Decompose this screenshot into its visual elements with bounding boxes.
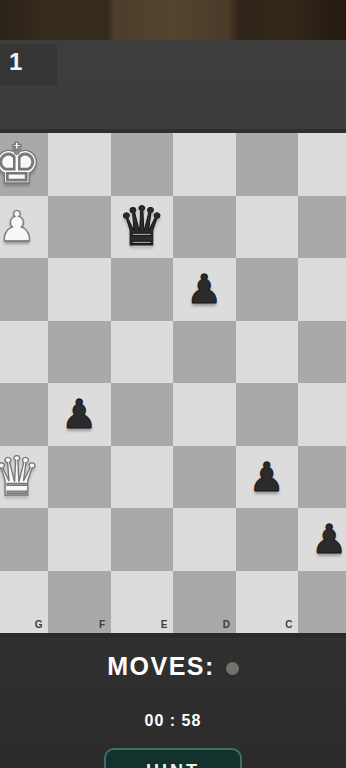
- black-pawn-f5[interactable]: ♟: [61, 394, 97, 434]
- square-g6[interactable]: ♛: [0, 446, 48, 509]
- square-b6[interactable]: [298, 446, 346, 509]
- black-queen-e2[interactable]: ♛: [118, 200, 166, 254]
- square-e3[interactable]: [111, 258, 174, 321]
- timer-row: 00 : 58: [0, 712, 346, 730]
- file-label-f: F: [99, 619, 106, 630]
- hint-button[interactable]: HINT: [104, 748, 242, 768]
- black-pawn-b7[interactable]: ♟: [311, 519, 346, 559]
- black-pawn-c6[interactable]: ♟: [249, 457, 285, 497]
- white-pawn-g2[interactable]: ♟: [0, 206, 36, 248]
- square-d3[interactable]: ♟: [173, 258, 236, 321]
- square-b4[interactable]: [298, 321, 346, 384]
- square-d5[interactable]: [173, 383, 236, 446]
- square-d1[interactable]: [173, 133, 236, 196]
- square-c4[interactable]: [236, 321, 299, 384]
- app-screen: 1 ♚♟♛♟♟♛♟♟HGFEDCBA MOVES: 00 : 58 HINT: [0, 0, 346, 768]
- square-d2[interactable]: [173, 196, 236, 259]
- square-b2[interactable]: [298, 196, 346, 259]
- square-g5[interactable]: [0, 383, 48, 446]
- square-c3[interactable]: [236, 258, 299, 321]
- square-f7[interactable]: [48, 508, 111, 571]
- file-label-g: G: [35, 619, 43, 630]
- square-e4[interactable]: [111, 321, 174, 384]
- square-b7[interactable]: ♟: [298, 508, 346, 571]
- file-label-d: D: [223, 619, 231, 630]
- square-c1[interactable]: [236, 133, 299, 196]
- wood-background: [0, 0, 346, 40]
- level-indicator: 1: [9, 48, 22, 76]
- square-e1[interactable]: [111, 133, 174, 196]
- square-d6[interactable]: [173, 446, 236, 509]
- square-b5[interactable]: [298, 383, 346, 446]
- square-f3[interactable]: [48, 258, 111, 321]
- square-d4[interactable]: [173, 321, 236, 384]
- square-e5[interactable]: [111, 383, 174, 446]
- white-queen-g6[interactable]: ♛: [0, 450, 41, 504]
- square-c8[interactable]: C: [236, 571, 299, 634]
- square-f8[interactable]: F: [48, 571, 111, 634]
- square-g1[interactable]: ♚: [0, 133, 48, 196]
- square-e2[interactable]: ♛: [111, 196, 174, 259]
- square-f2[interactable]: [48, 196, 111, 259]
- white-king-g1[interactable]: ♚: [0, 136, 42, 192]
- square-d8[interactable]: D: [173, 571, 236, 634]
- square-e7[interactable]: [111, 508, 174, 571]
- square-e6[interactable]: [111, 446, 174, 509]
- square-g2[interactable]: ♟: [0, 196, 48, 259]
- square-d7[interactable]: [173, 508, 236, 571]
- square-c5[interactable]: [236, 383, 299, 446]
- file-label-e: E: [161, 619, 168, 630]
- moves-row: MOVES:: [0, 648, 346, 684]
- moves-label: MOVES:: [107, 652, 215, 681]
- timer: 00 : 58: [145, 712, 202, 730]
- square-c6[interactable]: ♟: [236, 446, 299, 509]
- square-b8[interactable]: B: [298, 571, 346, 634]
- square-g7[interactable]: [0, 508, 48, 571]
- square-e8[interactable]: E: [111, 571, 174, 634]
- square-g3[interactable]: [0, 258, 48, 321]
- chess-board[interactable]: ♚♟♛♟♟♛♟♟HGFEDCBA: [0, 133, 346, 633]
- square-f4[interactable]: [48, 321, 111, 384]
- black-pawn-d3[interactable]: ♟: [186, 269, 222, 309]
- square-f1[interactable]: [48, 133, 111, 196]
- moves-indicator-dot: [226, 662, 239, 675]
- file-label-c: C: [285, 619, 293, 630]
- square-c7[interactable]: [236, 508, 299, 571]
- square-f6[interactable]: [48, 446, 111, 509]
- square-f5[interactable]: ♟: [48, 383, 111, 446]
- square-g8[interactable]: G: [0, 571, 48, 634]
- square-g4[interactable]: [0, 321, 48, 384]
- square-c2[interactable]: [236, 196, 299, 259]
- square-b3[interactable]: [298, 258, 346, 321]
- square-b1[interactable]: [298, 133, 346, 196]
- board-bottom-edge: [0, 633, 346, 638]
